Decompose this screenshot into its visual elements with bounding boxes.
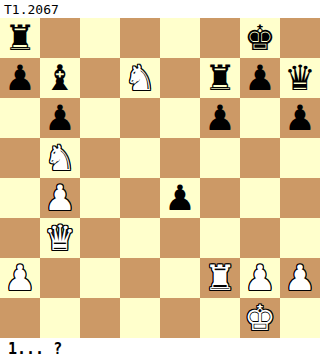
black-pawn[interactable]: ♟ <box>284 98 315 138</box>
square-b1[interactable] <box>40 298 80 338</box>
white-queen[interactable]: ♛ <box>44 218 75 258</box>
square-a3[interactable] <box>0 218 40 258</box>
square-b6[interactable]: ♟ <box>40 98 80 138</box>
square-d4[interactable] <box>120 178 160 218</box>
black-rook[interactable]: ♜ <box>204 58 235 98</box>
white-pawn[interactable]: ♟ <box>284 258 315 298</box>
black-pawn[interactable]: ♟ <box>164 178 195 218</box>
square-c2[interactable] <box>80 258 120 298</box>
chess-puzzle-page: T1.2067 ♜♚♟♝♞♜♟♛♟♟♟♞♟♟♛♟♜♟♟♚ 1... ? <box>0 0 320 360</box>
square-g5[interactable] <box>240 138 280 178</box>
square-d5[interactable] <box>120 138 160 178</box>
square-c5[interactable] <box>80 138 120 178</box>
square-g7[interactable]: ♟ <box>240 58 280 98</box>
square-h6[interactable]: ♟ <box>280 98 320 138</box>
square-e5[interactable] <box>160 138 200 178</box>
square-f7[interactable]: ♜ <box>200 58 240 98</box>
square-a8[interactable]: ♜ <box>0 18 40 58</box>
square-d3[interactable] <box>120 218 160 258</box>
square-d6[interactable] <box>120 98 160 138</box>
square-h8[interactable] <box>280 18 320 58</box>
square-a4[interactable] <box>0 178 40 218</box>
puzzle-title: T1.2067 <box>0 0 320 18</box>
square-h2[interactable]: ♟ <box>280 258 320 298</box>
white-pawn[interactable]: ♟ <box>244 258 275 298</box>
square-c3[interactable] <box>80 218 120 258</box>
square-h3[interactable] <box>280 218 320 258</box>
square-e1[interactable] <box>160 298 200 338</box>
square-e8[interactable] <box>160 18 200 58</box>
square-b2[interactable] <box>40 258 80 298</box>
square-g6[interactable] <box>240 98 280 138</box>
square-f4[interactable] <box>200 178 240 218</box>
chess-board: ♜♚♟♝♞♜♟♛♟♟♟♞♟♟♛♟♜♟♟♚ <box>0 18 320 338</box>
square-h4[interactable] <box>280 178 320 218</box>
square-g4[interactable] <box>240 178 280 218</box>
black-pawn[interactable]: ♟ <box>4 58 35 98</box>
square-a7[interactable]: ♟ <box>0 58 40 98</box>
square-h5[interactable] <box>280 138 320 178</box>
square-b8[interactable] <box>40 18 80 58</box>
square-a1[interactable] <box>0 298 40 338</box>
square-b4[interactable]: ♟ <box>40 178 80 218</box>
black-pawn[interactable]: ♟ <box>244 58 275 98</box>
white-knight[interactable]: ♞ <box>44 138 75 178</box>
square-e3[interactable] <box>160 218 200 258</box>
square-f3[interactable] <box>200 218 240 258</box>
white-pawn[interactable]: ♟ <box>4 258 35 298</box>
square-f2[interactable]: ♜ <box>200 258 240 298</box>
square-c7[interactable] <box>80 58 120 98</box>
white-rook[interactable]: ♜ <box>204 258 235 298</box>
square-e7[interactable] <box>160 58 200 98</box>
square-e4[interactable]: ♟ <box>160 178 200 218</box>
black-king[interactable]: ♚ <box>244 18 275 58</box>
square-h7[interactable]: ♛ <box>280 58 320 98</box>
square-c4[interactable] <box>80 178 120 218</box>
move-prompt: 1... ? <box>0 338 320 360</box>
square-e2[interactable] <box>160 258 200 298</box>
black-rook[interactable]: ♜ <box>4 18 35 58</box>
square-c6[interactable] <box>80 98 120 138</box>
white-king[interactable]: ♚ <box>244 298 275 338</box>
square-d2[interactable] <box>120 258 160 298</box>
black-pawn[interactable]: ♟ <box>204 98 235 138</box>
square-g2[interactable]: ♟ <box>240 258 280 298</box>
square-d8[interactable] <box>120 18 160 58</box>
square-b3[interactable]: ♛ <box>40 218 80 258</box>
square-c8[interactable] <box>80 18 120 58</box>
square-b5[interactable]: ♞ <box>40 138 80 178</box>
square-g8[interactable]: ♚ <box>240 18 280 58</box>
square-g1[interactable]: ♚ <box>240 298 280 338</box>
square-f1[interactable] <box>200 298 240 338</box>
square-a6[interactable] <box>0 98 40 138</box>
black-queen[interactable]: ♛ <box>284 58 315 98</box>
square-h1[interactable] <box>280 298 320 338</box>
white-knight[interactable]: ♞ <box>124 58 155 98</box>
square-a2[interactable]: ♟ <box>0 258 40 298</box>
square-c1[interactable] <box>80 298 120 338</box>
square-e6[interactable] <box>160 98 200 138</box>
square-d7[interactable]: ♞ <box>120 58 160 98</box>
square-f6[interactable]: ♟ <box>200 98 240 138</box>
square-d1[interactable] <box>120 298 160 338</box>
square-f8[interactable] <box>200 18 240 58</box>
square-b7[interactable]: ♝ <box>40 58 80 98</box>
square-g3[interactable] <box>240 218 280 258</box>
square-a5[interactable] <box>0 138 40 178</box>
square-f5[interactable] <box>200 138 240 178</box>
black-bishop[interactable]: ♝ <box>44 58 75 98</box>
white-pawn[interactable]: ♟ <box>44 178 75 218</box>
black-pawn[interactable]: ♟ <box>44 98 75 138</box>
